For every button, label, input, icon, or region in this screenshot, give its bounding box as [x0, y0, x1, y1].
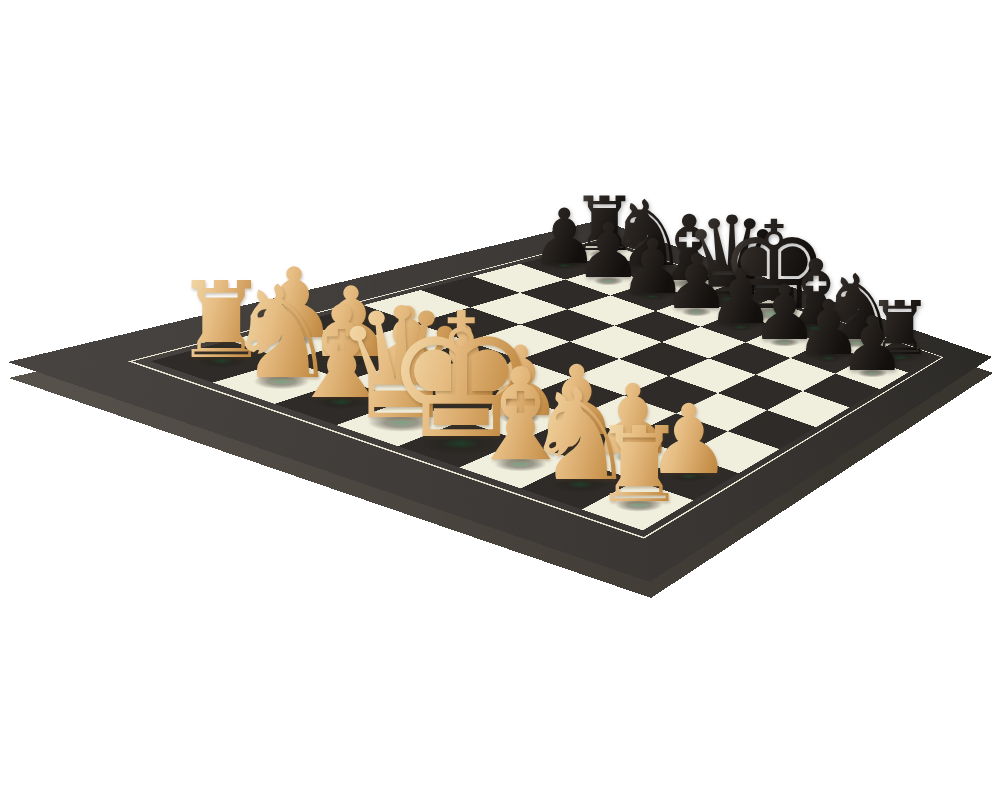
chess-board — [8, 220, 992, 582]
chess-set-photo-scene: ♜♞♝♛♚♝♞♜♟♟♟♟♟♟♟♟♟♟♟♟♟♟♟♟♜♞♝♛♚♝♞♜ — [0, 0, 1000, 800]
